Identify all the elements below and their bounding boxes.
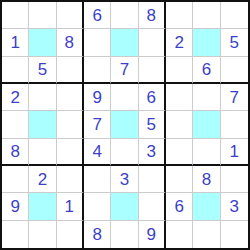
cell-r8c8[interactable] <box>193 193 220 220</box>
cell-r5c5[interactable] <box>111 111 138 138</box>
cell-r8c9[interactable]: 3 <box>221 193 248 220</box>
cell-r2c8[interactable] <box>193 29 220 56</box>
cell-r9c7[interactable] <box>166 221 193 248</box>
given-digit: 1 <box>230 143 239 160</box>
cell-r2c4[interactable] <box>84 29 111 56</box>
given-digit: 9 <box>147 226 156 243</box>
given-digit: 6 <box>174 198 183 215</box>
cell-r8c1[interactable]: 9 <box>2 193 29 220</box>
given-digit: 6 <box>92 7 101 24</box>
cell-r5c2[interactable] <box>29 111 56 138</box>
cell-r1c2[interactable] <box>29 2 56 29</box>
cell-r6c4[interactable]: 4 <box>84 139 111 166</box>
given-digit: 6 <box>147 89 156 106</box>
cell-r1c9[interactable] <box>221 2 248 29</box>
given-digit: 2 <box>38 171 47 188</box>
cell-r2c3[interactable]: 8 <box>57 29 84 56</box>
cell-r6c8[interactable] <box>193 139 220 166</box>
cell-r6c3[interactable] <box>57 139 84 166</box>
cell-r2c9[interactable]: 5 <box>221 29 248 56</box>
given-digit: 3 <box>120 171 129 188</box>
cell-r9c5[interactable] <box>111 221 138 248</box>
given-digit: 1 <box>10 34 19 51</box>
cell-r3c1[interactable] <box>2 57 29 84</box>
cell-r5c3[interactable] <box>57 111 84 138</box>
cell-r3c3[interactable] <box>57 57 84 84</box>
cell-r9c3[interactable] <box>57 221 84 248</box>
cell-r3c6[interactable] <box>139 57 166 84</box>
sudoku-board: 6818255762967758431238916389 <box>0 0 250 250</box>
cell-r4c5[interactable] <box>111 84 138 111</box>
cell-r2c1[interactable]: 1 <box>2 29 29 56</box>
cell-r8c2[interactable] <box>29 193 56 220</box>
cell-r6c1[interactable]: 8 <box>2 139 29 166</box>
cell-r1c6[interactable]: 8 <box>139 2 166 29</box>
cell-r5c8[interactable] <box>193 111 220 138</box>
given-digit: 8 <box>147 7 156 24</box>
given-digit: 4 <box>92 143 101 160</box>
cell-r8c4[interactable] <box>84 193 111 220</box>
cell-r5c7[interactable] <box>166 111 193 138</box>
cell-r5c6[interactable]: 5 <box>139 111 166 138</box>
given-digit: 9 <box>92 89 101 106</box>
cell-r9c6[interactable]: 9 <box>139 221 166 248</box>
cell-r4c8[interactable] <box>193 84 220 111</box>
given-digit: 1 <box>65 198 74 215</box>
cell-r1c7[interactable] <box>166 2 193 29</box>
cell-r4c4[interactable]: 9 <box>84 84 111 111</box>
cell-r1c8[interactable] <box>193 2 220 29</box>
given-digit: 9 <box>10 198 19 215</box>
cell-r9c1[interactable] <box>2 221 29 248</box>
cell-r1c5[interactable] <box>111 2 138 29</box>
given-digit: 5 <box>38 61 47 78</box>
cell-r9c4[interactable]: 8 <box>84 221 111 248</box>
given-digit: 8 <box>65 34 74 51</box>
cell-r3c8[interactable]: 6 <box>193 57 220 84</box>
cell-r7c5[interactable]: 3 <box>111 166 138 193</box>
cell-r7c8[interactable]: 8 <box>193 166 220 193</box>
given-digit: 7 <box>230 89 239 106</box>
cell-r6c2[interactable] <box>29 139 56 166</box>
cell-r6c6[interactable]: 3 <box>139 139 166 166</box>
cell-r1c4[interactable]: 6 <box>84 2 111 29</box>
given-digit: 2 <box>10 89 19 106</box>
cell-r8c6[interactable] <box>139 193 166 220</box>
cell-r1c1[interactable] <box>2 2 29 29</box>
cell-r9c9[interactable] <box>221 221 248 248</box>
cell-r7c4[interactable] <box>84 166 111 193</box>
given-digit: 3 <box>230 198 239 215</box>
cell-r4c6[interactable]: 6 <box>139 84 166 111</box>
given-digit: 6 <box>202 61 211 78</box>
cell-r6c7[interactable] <box>166 139 193 166</box>
cell-r3c9[interactable] <box>221 57 248 84</box>
cell-r2c5[interactable] <box>111 29 138 56</box>
cell-r7c2[interactable]: 2 <box>29 166 56 193</box>
cell-r4c9[interactable]: 7 <box>221 84 248 111</box>
cell-r3c2[interactable]: 5 <box>29 57 56 84</box>
cell-r3c5[interactable]: 7 <box>111 57 138 84</box>
given-digit: 8 <box>10 143 19 160</box>
cell-r9c8[interactable] <box>193 221 220 248</box>
cell-r6c9[interactable]: 1 <box>221 139 248 166</box>
cell-r7c3[interactable] <box>57 166 84 193</box>
cell-r2c7[interactable]: 2 <box>166 29 193 56</box>
given-digit: 2 <box>174 34 183 51</box>
cell-r5c4[interactable]: 7 <box>84 111 111 138</box>
cell-r7c9[interactable] <box>221 166 248 193</box>
cell-r4c3[interactable] <box>57 84 84 111</box>
cell-r7c7[interactable] <box>166 166 193 193</box>
given-digit: 7 <box>120 61 129 78</box>
given-digit: 7 <box>92 116 101 133</box>
cell-r3c7[interactable] <box>166 57 193 84</box>
cell-r5c1[interactable] <box>2 111 29 138</box>
cell-r2c6[interactable] <box>139 29 166 56</box>
cell-r8c5[interactable] <box>111 193 138 220</box>
cell-r3c4[interactable] <box>84 57 111 84</box>
given-digit: 8 <box>202 171 211 188</box>
given-digit: 8 <box>92 226 101 243</box>
cell-r7c6[interactable] <box>139 166 166 193</box>
cell-r8c7[interactable]: 6 <box>166 193 193 220</box>
cell-r4c2[interactable] <box>29 84 56 111</box>
cell-r4c7[interactable] <box>166 84 193 111</box>
cell-r8c3[interactable]: 1 <box>57 193 84 220</box>
cell-r6c5[interactable] <box>111 139 138 166</box>
cell-r5c9[interactable] <box>221 111 248 138</box>
given-digit: 5 <box>230 34 239 51</box>
cell-r4c1[interactable]: 2 <box>2 84 29 111</box>
cell-r7c1[interactable] <box>2 166 29 193</box>
given-digit: 5 <box>147 116 156 133</box>
given-digit: 3 <box>147 143 156 160</box>
cell-r2c2[interactable] <box>29 29 56 56</box>
cell-r9c2[interactable] <box>29 221 56 248</box>
cell-r1c3[interactable] <box>57 2 84 29</box>
